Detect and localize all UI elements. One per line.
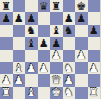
- square-e7[interactable]: [50, 12, 63, 24]
- square-f4[interactable]: [63, 50, 76, 62]
- white-knight: ♞: [64, 87, 74, 98]
- black-knight: ♞: [64, 25, 74, 36]
- square-g7[interactable]: ♟: [75, 12, 88, 24]
- black-pawn: ♟: [76, 13, 86, 24]
- square-b1[interactable]: [13, 87, 26, 99]
- square-a5[interactable]: [0, 37, 13, 49]
- square-g4[interactable]: ♟: [75, 50, 88, 62]
- square-b3[interactable]: ♝: [13, 62, 26, 74]
- black-bishop: ♝: [51, 25, 61, 36]
- black-rook: ♜: [1, 0, 11, 11]
- white-pawn: ♟: [51, 50, 61, 61]
- black-king: ♚: [76, 0, 86, 11]
- square-e2[interactable]: ♛: [50, 74, 63, 86]
- square-h4[interactable]: [88, 50, 101, 62]
- square-f7[interactable]: ♟: [63, 12, 76, 24]
- black-pawn: ♟: [1, 13, 11, 24]
- square-d5[interactable]: ♟: [38, 37, 51, 49]
- square-f3[interactable]: ♞: [63, 62, 76, 74]
- square-d2[interactable]: [38, 74, 51, 86]
- square-b4[interactable]: [13, 50, 26, 62]
- white-pawn: ♟: [26, 62, 36, 73]
- white-bishop: ♝: [14, 62, 24, 73]
- black-rook: ♜: [51, 0, 61, 11]
- square-c8[interactable]: [25, 0, 38, 12]
- black-pawn: ♟: [26, 13, 36, 24]
- square-c6[interactable]: ♞: [25, 25, 38, 37]
- white-pawn: ♟: [64, 74, 74, 85]
- square-h5[interactable]: [88, 37, 101, 49]
- square-c3[interactable]: ♟: [25, 62, 38, 74]
- square-a6[interactable]: [0, 25, 13, 37]
- black-pawn: ♟: [51, 37, 61, 48]
- square-d4[interactable]: [38, 50, 51, 62]
- square-h1[interactable]: ♜: [88, 87, 101, 99]
- square-g2[interactable]: [75, 74, 88, 86]
- square-b5[interactable]: [13, 37, 26, 49]
- square-c2[interactable]: [25, 74, 38, 86]
- square-f5[interactable]: [63, 37, 76, 49]
- square-e6[interactable]: ♝: [50, 25, 63, 37]
- square-f1[interactable]: ♞: [63, 87, 76, 99]
- square-e3[interactable]: [50, 62, 63, 74]
- square-g6[interactable]: [75, 25, 88, 37]
- chess-board: ♜♛♜♚♟♟♟♟♟♞♝♞♟♝♟♟♟♟♝♟♟♞♟♟♟♛♟♜♝♚♞♜: [0, 0, 100, 99]
- square-h6[interactable]: ♟: [88, 25, 101, 37]
- square-g5[interactable]: [75, 37, 88, 49]
- square-f2[interactable]: ♟: [63, 74, 76, 86]
- square-d3[interactable]: ♟: [38, 62, 51, 74]
- white-pawn: ♟: [89, 62, 99, 73]
- square-b8[interactable]: [13, 0, 26, 12]
- black-pawn: ♟: [14, 13, 24, 24]
- square-d7[interactable]: [38, 12, 51, 24]
- black-knight: ♞: [26, 25, 36, 36]
- square-d6[interactable]: [38, 25, 51, 37]
- black-bishop: ♝: [26, 37, 36, 48]
- square-g3[interactable]: [75, 62, 88, 74]
- square-e5[interactable]: ♟: [50, 37, 63, 49]
- black-queen: ♛: [39, 0, 49, 11]
- black-pawn: ♟: [39, 37, 49, 48]
- white-bishop: ♝: [26, 87, 36, 98]
- square-c5[interactable]: ♝: [25, 37, 38, 49]
- square-c4[interactable]: [25, 50, 38, 62]
- square-a7[interactable]: ♟: [0, 12, 13, 24]
- square-c1[interactable]: ♝: [25, 87, 38, 99]
- white-knight: ♞: [64, 62, 74, 73]
- square-g8[interactable]: ♚: [75, 0, 88, 12]
- white-king: ♚: [51, 87, 61, 98]
- square-b2[interactable]: ♟: [13, 74, 26, 86]
- square-b7[interactable]: ♟: [13, 12, 26, 24]
- square-a2[interactable]: ♟: [0, 74, 13, 86]
- white-pawn: ♟: [14, 74, 24, 85]
- square-a8[interactable]: ♜: [0, 0, 13, 12]
- black-pawn: ♟: [64, 13, 74, 24]
- square-d8[interactable]: ♛: [38, 0, 51, 12]
- white-rook: ♜: [1, 87, 11, 98]
- square-e4[interactable]: ♟: [50, 50, 63, 62]
- square-h3[interactable]: ♟: [88, 62, 101, 74]
- square-h8[interactable]: [88, 0, 101, 12]
- square-h7[interactable]: [88, 12, 101, 24]
- square-a3[interactable]: [0, 62, 13, 74]
- square-e8[interactable]: ♜: [50, 0, 63, 12]
- square-e1[interactable]: ♚: [50, 87, 63, 99]
- square-f8[interactable]: [63, 0, 76, 12]
- white-pawn: ♟: [76, 50, 86, 61]
- white-rook: ♜: [89, 87, 99, 98]
- white-pawn: ♟: [39, 62, 49, 73]
- square-f6[interactable]: ♞: [63, 25, 76, 37]
- square-c7[interactable]: ♟: [25, 12, 38, 24]
- square-h2[interactable]: [88, 74, 101, 86]
- square-a1[interactable]: ♜: [0, 87, 13, 99]
- black-pawn: ♟: [89, 25, 99, 36]
- square-a4[interactable]: [0, 50, 13, 62]
- square-b6[interactable]: [13, 25, 26, 37]
- square-g1[interactable]: [75, 87, 88, 99]
- white-pawn: ♟: [1, 74, 11, 85]
- white-queen: ♛: [51, 74, 61, 85]
- square-d1[interactable]: [38, 87, 51, 99]
